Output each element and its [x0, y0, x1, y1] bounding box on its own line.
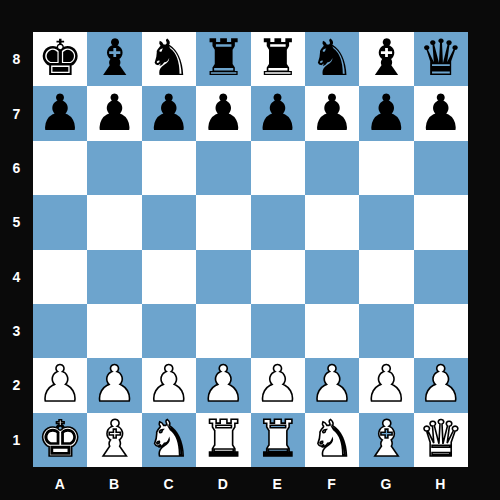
square-b6[interactable] — [87, 141, 141, 195]
square-e5[interactable] — [251, 195, 305, 249]
square-e1[interactable]: ♜ — [251, 413, 305, 467]
file-label-d: D — [196, 467, 250, 500]
square-d1[interactable]: ♜ — [196, 413, 250, 467]
square-c4[interactable] — [142, 250, 196, 304]
square-d3[interactable] — [196, 304, 250, 358]
piece-black-pawn[interactable]: ♟ — [38, 88, 83, 138]
file-label-b: B — [87, 467, 141, 500]
square-c2[interactable]: ♟ — [142, 358, 196, 412]
rank-labels: 87654321 — [0, 32, 33, 467]
square-h5[interactable] — [414, 195, 468, 249]
piece-black-pawn[interactable]: ♟ — [147, 88, 192, 138]
square-f3[interactable] — [305, 304, 359, 358]
square-f1[interactable]: ♞ — [305, 413, 359, 467]
square-h8[interactable]: ♛ — [414, 32, 468, 86]
square-g6[interactable] — [359, 141, 413, 195]
piece-black-king[interactable]: ♚ — [38, 33, 83, 83]
square-e3[interactable] — [251, 304, 305, 358]
square-a8[interactable]: ♚ — [33, 32, 87, 86]
square-h3[interactable] — [414, 304, 468, 358]
piece-white-king[interactable]: ♚ — [38, 414, 83, 464]
piece-black-bishop[interactable]: ♝ — [92, 33, 137, 83]
piece-white-bishop[interactable]: ♝ — [364, 414, 409, 464]
piece-black-rook[interactable]: ♜ — [201, 33, 246, 83]
square-g1[interactable]: ♝ — [359, 413, 413, 467]
square-a4[interactable] — [33, 250, 87, 304]
rank-label-4: 4 — [0, 250, 33, 304]
square-e8[interactable]: ♜ — [251, 32, 305, 86]
square-c3[interactable] — [142, 304, 196, 358]
square-a6[interactable] — [33, 141, 87, 195]
square-g5[interactable] — [359, 195, 413, 249]
file-labels: ABCDEFGH — [33, 467, 468, 500]
piece-black-pawn[interactable]: ♟ — [310, 88, 355, 138]
square-h6[interactable] — [414, 141, 468, 195]
square-b5[interactable] — [87, 195, 141, 249]
square-c7[interactable]: ♟ — [142, 86, 196, 140]
square-h4[interactable] — [414, 250, 468, 304]
square-e2[interactable]: ♟ — [251, 358, 305, 412]
piece-white-pawn[interactable]: ♟ — [92, 359, 137, 409]
piece-black-knight[interactable]: ♞ — [310, 33, 355, 83]
square-f2[interactable]: ♟ — [305, 358, 359, 412]
square-c1[interactable]: ♞ — [142, 413, 196, 467]
piece-white-bishop[interactable]: ♝ — [92, 414, 137, 464]
piece-white-pawn[interactable]: ♟ — [201, 359, 246, 409]
rank-label-7: 7 — [0, 86, 33, 140]
square-g3[interactable] — [359, 304, 413, 358]
square-b4[interactable] — [87, 250, 141, 304]
file-label-g: G — [359, 467, 413, 500]
file-label-f: F — [305, 467, 359, 500]
square-b7[interactable]: ♟ — [87, 86, 141, 140]
piece-black-bishop[interactable]: ♝ — [364, 33, 409, 83]
square-f4[interactable] — [305, 250, 359, 304]
square-g4[interactable] — [359, 250, 413, 304]
piece-black-pawn[interactable]: ♟ — [92, 88, 137, 138]
piece-white-pawn[interactable]: ♟ — [310, 359, 355, 409]
piece-black-pawn[interactable]: ♟ — [201, 88, 246, 138]
piece-white-pawn[interactable]: ♟ — [147, 359, 192, 409]
square-f6[interactable] — [305, 141, 359, 195]
piece-white-pawn[interactable]: ♟ — [38, 359, 83, 409]
piece-white-queen[interactable]: ♛ — [418, 414, 463, 464]
square-b3[interactable] — [87, 304, 141, 358]
square-g8[interactable]: ♝ — [359, 32, 413, 86]
square-a7[interactable]: ♟ — [33, 86, 87, 140]
piece-black-pawn[interactable]: ♟ — [255, 88, 300, 138]
chessboard: ♚♝♞♜♜♞♝♛♟♟♟♟♟♟♟♟♟♟♟♟♟♟♟♟♚♝♞♜♜♞♝♛ — [33, 32, 468, 467]
square-d6[interactable] — [196, 141, 250, 195]
square-f5[interactable] — [305, 195, 359, 249]
piece-white-rook[interactable]: ♜ — [255, 414, 300, 464]
square-e7[interactable]: ♟ — [251, 86, 305, 140]
piece-black-queen[interactable]: ♛ — [418, 33, 463, 83]
square-a1[interactable]: ♚ — [33, 413, 87, 467]
piece-white-pawn[interactable]: ♟ — [418, 359, 463, 409]
piece-white-pawn[interactable]: ♟ — [364, 359, 409, 409]
square-f8[interactable]: ♞ — [305, 32, 359, 86]
square-b2[interactable]: ♟ — [87, 358, 141, 412]
square-d8[interactable]: ♜ — [196, 32, 250, 86]
square-h2[interactable]: ♟ — [414, 358, 468, 412]
square-a5[interactable] — [33, 195, 87, 249]
piece-black-pawn[interactable]: ♟ — [364, 88, 409, 138]
square-d5[interactable] — [196, 195, 250, 249]
chessboard-frame: 87654321 ABCDEFGH ♚♝♞♜♜♞♝♛♟♟♟♟♟♟♟♟♟♟♟♟♟♟… — [0, 0, 500, 500]
file-label-e: E — [251, 467, 305, 500]
square-e4[interactable] — [251, 250, 305, 304]
square-c6[interactable] — [142, 141, 196, 195]
piece-black-knight[interactable]: ♞ — [147, 33, 192, 83]
square-b8[interactable]: ♝ — [87, 32, 141, 86]
square-b1[interactable]: ♝ — [87, 413, 141, 467]
file-label-a: A — [33, 467, 87, 500]
square-c8[interactable]: ♞ — [142, 32, 196, 86]
square-e6[interactable] — [251, 141, 305, 195]
piece-black-rook[interactable]: ♜ — [255, 33, 300, 83]
square-a3[interactable] — [33, 304, 87, 358]
square-d2[interactable]: ♟ — [196, 358, 250, 412]
rank-label-2: 2 — [0, 358, 33, 412]
file-label-c: C — [142, 467, 196, 500]
piece-white-rook[interactable]: ♜ — [201, 414, 246, 464]
square-h7[interactable]: ♟ — [414, 86, 468, 140]
piece-white-knight[interactable]: ♞ — [310, 414, 355, 464]
square-c5[interactable] — [142, 195, 196, 249]
square-f7[interactable]: ♟ — [305, 86, 359, 140]
piece-white-knight[interactable]: ♞ — [147, 414, 192, 464]
rank-label-5: 5 — [0, 195, 33, 249]
rank-label-8: 8 — [0, 32, 33, 86]
square-d4[interactable] — [196, 250, 250, 304]
square-d7[interactable]: ♟ — [196, 86, 250, 140]
rank-label-6: 6 — [0, 141, 33, 195]
square-h1[interactable]: ♛ — [414, 413, 468, 467]
square-g7[interactable]: ♟ — [359, 86, 413, 140]
rank-label-3: 3 — [0, 304, 33, 358]
piece-white-pawn[interactable]: ♟ — [255, 359, 300, 409]
file-label-h: H — [414, 467, 468, 500]
piece-black-pawn[interactable]: ♟ — [418, 88, 463, 138]
rank-label-1: 1 — [0, 413, 33, 467]
square-g2[interactable]: ♟ — [359, 358, 413, 412]
square-a2[interactable]: ♟ — [33, 358, 87, 412]
